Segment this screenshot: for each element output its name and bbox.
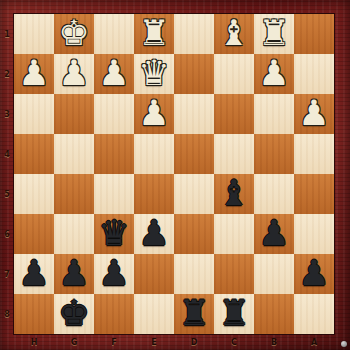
square-f2[interactable]: ♟ [94,54,134,94]
white-rook[interactable]: ♜ [258,14,289,53]
square-e4[interactable] [134,134,174,174]
white-pawn[interactable]: ♟ [138,94,169,133]
square-f4[interactable] [94,134,134,174]
square-e5[interactable] [134,174,174,214]
square-f8[interactable] [94,294,134,334]
square-c5[interactable]: ♝ [214,174,254,214]
square-c1[interactable]: ♝ [214,14,254,54]
square-g8[interactable]: ♚ [54,294,94,334]
square-g6[interactable] [54,214,94,254]
white-pawn[interactable]: ♟ [258,54,289,93]
black-pawn[interactable]: ♟ [18,254,49,293]
square-c4[interactable] [214,134,254,174]
square-g3[interactable] [54,94,94,134]
square-a8[interactable] [294,294,334,334]
black-bishop[interactable]: ♝ [218,174,249,213]
square-h6[interactable] [14,214,54,254]
square-e8[interactable] [134,294,174,334]
rank-label-7: 7 [0,254,14,294]
square-b1[interactable]: ♜ [254,14,294,54]
file-label-a: A [294,334,334,350]
square-b7[interactable] [254,254,294,294]
file-label-g: G [54,334,94,350]
square-a4[interactable] [294,134,334,174]
rank-label-1: 1 [0,14,14,54]
square-d3[interactable] [174,94,214,134]
black-pawn[interactable]: ♟ [138,214,169,253]
square-h4[interactable] [14,134,54,174]
square-g5[interactable] [54,174,94,214]
square-b6[interactable]: ♟ [254,214,294,254]
rank-label-5: 5 [0,174,14,214]
file-label-e: E [134,334,174,350]
white-pawn[interactable]: ♟ [298,94,329,133]
chess-board[interactable]: ♚♜♝♜♟♟♟♛♟♟♟♝♛♟♟♟♟♟♟♚♜♜ [14,14,334,334]
square-f6[interactable]: ♛ [94,214,134,254]
square-h5[interactable] [14,174,54,214]
square-h7[interactable]: ♟ [14,254,54,294]
square-d2[interactable] [174,54,214,94]
square-c8[interactable]: ♜ [214,294,254,334]
square-f5[interactable] [94,174,134,214]
square-g1[interactable]: ♚ [54,14,94,54]
square-b2[interactable]: ♟ [254,54,294,94]
white-king[interactable]: ♚ [58,14,89,53]
corner-dot [341,341,347,347]
rank-label-3: 3 [0,94,14,134]
square-a1[interactable] [294,14,334,54]
black-rook[interactable]: ♜ [218,294,249,333]
square-a7[interactable]: ♟ [294,254,334,294]
square-c7[interactable] [214,254,254,294]
black-rook[interactable]: ♜ [178,294,209,333]
file-label-b: B [254,334,294,350]
square-f7[interactable]: ♟ [94,254,134,294]
square-f1[interactable] [94,14,134,54]
white-pawn[interactable]: ♟ [18,54,49,93]
square-c2[interactable] [214,54,254,94]
rank-label-8: 8 [0,294,14,334]
file-label-h: H [14,334,54,350]
square-b4[interactable] [254,134,294,174]
square-d4[interactable] [174,134,214,174]
white-queen[interactable]: ♛ [138,54,169,93]
square-d6[interactable] [174,214,214,254]
square-c6[interactable] [214,214,254,254]
black-pawn[interactable]: ♟ [58,254,89,293]
rank-label-2: 2 [0,54,14,94]
square-b3[interactable] [254,94,294,134]
file-label-c: C [214,334,254,350]
square-a2[interactable] [294,54,334,94]
black-queen[interactable]: ♛ [98,214,129,253]
white-bishop[interactable]: ♝ [218,14,249,53]
board-frame: ♚♜♝♜♟♟♟♛♟♟♟♝♛♟♟♟♟♟♟♚♜♜ 12345678 HGFEDCBA [0,0,350,350]
square-g7[interactable]: ♟ [54,254,94,294]
square-a3[interactable]: ♟ [294,94,334,134]
square-d5[interactable] [174,174,214,214]
square-b5[interactable] [254,174,294,214]
square-d1[interactable] [174,14,214,54]
square-h8[interactable] [14,294,54,334]
square-a5[interactable] [294,174,334,214]
file-label-f: F [94,334,134,350]
square-d7[interactable] [174,254,214,294]
rank-label-4: 4 [0,134,14,174]
black-pawn[interactable]: ♟ [258,214,289,253]
square-c3[interactable] [214,94,254,134]
square-e7[interactable] [134,254,174,294]
white-rook[interactable]: ♜ [138,14,169,53]
square-h1[interactable] [14,14,54,54]
square-e2[interactable]: ♛ [134,54,174,94]
white-pawn[interactable]: ♟ [58,54,89,93]
square-b8[interactable] [254,294,294,334]
white-pawn[interactable]: ♟ [98,54,129,93]
rank-label-6: 6 [0,214,14,254]
square-f3[interactable] [94,94,134,134]
square-e3[interactable]: ♟ [134,94,174,134]
square-a6[interactable] [294,214,334,254]
black-king[interactable]: ♚ [58,294,89,333]
black-pawn[interactable]: ♟ [298,254,329,293]
square-g4[interactable] [54,134,94,174]
square-h3[interactable] [14,94,54,134]
square-e6[interactable]: ♟ [134,214,174,254]
file-label-d: D [174,334,214,350]
square-e1[interactable]: ♜ [134,14,174,54]
square-d8[interactable]: ♜ [174,294,214,334]
square-h2[interactable]: ♟ [14,54,54,94]
black-pawn[interactable]: ♟ [98,254,129,293]
square-g2[interactable]: ♟ [54,54,94,94]
